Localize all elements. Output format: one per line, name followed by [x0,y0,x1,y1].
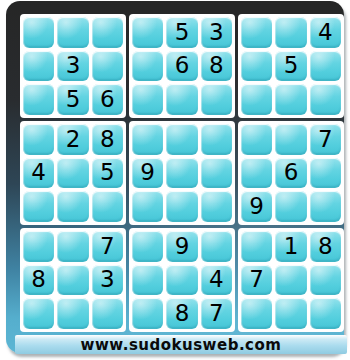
cell-r7c1[interactable] [23,231,54,262]
cell-r6c1[interactable] [23,191,54,222]
box-9: 187 [238,228,344,332]
box-4: 2845 [20,121,126,225]
cell-r3c9[interactable] [310,84,341,115]
cell-r3c8[interactable] [275,84,306,115]
cell-r8c4[interactable] [132,265,163,296]
cell-r9c3[interactable] [92,298,123,329]
cell-r8c3[interactable]: 3 [92,265,123,296]
cell-r9c7[interactable] [241,298,272,329]
box-5: 9 [129,121,235,225]
cell-r2c4[interactable] [132,51,163,82]
cell-r5c1[interactable]: 4 [23,158,54,189]
cell-r1c5[interactable]: 5 [166,17,197,48]
cell-r5c7[interactable] [241,158,272,189]
cell-r4c6[interactable] [201,124,232,155]
cell-r1c9[interactable]: 4 [310,17,341,48]
cell-r5c6[interactable] [201,158,232,189]
cell-r6c6[interactable] [201,191,232,222]
cell-r9c1[interactable] [23,298,54,329]
cell-r4c2[interactable]: 2 [57,124,88,155]
cell-r1c4[interactable] [132,17,163,48]
cell-r5c2[interactable] [57,158,88,189]
cell-r3c2[interactable]: 5 [57,84,88,115]
cell-r5c8[interactable]: 6 [275,158,306,189]
cell-r8c6[interactable]: 4 [201,265,232,296]
cell-r7c2[interactable] [57,231,88,262]
cell-r7c8[interactable]: 1 [275,231,306,262]
box-2: 5368 [129,14,235,118]
cell-r7c9[interactable]: 8 [310,231,341,262]
cell-r4c9[interactable]: 7 [310,124,341,155]
cell-r8c9[interactable] [310,265,341,296]
board-frame: 356536845284597697839487187 www.sudokusw… [6,1,344,353]
cell-r2c5[interactable]: 6 [166,51,197,82]
cell-r6c7[interactable]: 9 [241,191,272,222]
cell-r4c1[interactable] [23,124,54,155]
cell-r8c8[interactable] [275,265,306,296]
cell-r4c7[interactable] [241,124,272,155]
cell-r7c5[interactable]: 9 [166,231,197,262]
cell-r9c6[interactable]: 7 [201,298,232,329]
cell-r4c4[interactable] [132,124,163,155]
cell-r4c8[interactable] [275,124,306,155]
cell-r8c5[interactable] [166,265,197,296]
cell-r2c8[interactable]: 5 [275,51,306,82]
cell-r9c5[interactable]: 8 [166,298,197,329]
cell-r1c3[interactable] [92,17,123,48]
cell-r6c3[interactable] [92,191,123,222]
cell-r7c3[interactable]: 7 [92,231,123,262]
cell-r9c9[interactable] [310,298,341,329]
cell-r8c7[interactable]: 7 [241,265,272,296]
cell-r3c5[interactable] [166,84,197,115]
cell-r3c4[interactable] [132,84,163,115]
cell-r2c9[interactable] [310,51,341,82]
cell-r2c3[interactable] [92,51,123,82]
cell-r2c1[interactable] [23,51,54,82]
cell-r6c9[interactable] [310,191,341,222]
cell-r8c2[interactable] [57,265,88,296]
cell-r1c7[interactable] [241,17,272,48]
cell-r6c8[interactable] [275,191,306,222]
box-3: 45 [238,14,344,118]
cell-r2c7[interactable] [241,51,272,82]
box-6: 769 [238,121,344,225]
cell-r1c6[interactable]: 3 [201,17,232,48]
site-url-link[interactable]: www.sudokusweb.com [81,336,282,354]
cell-r3c3[interactable]: 6 [92,84,123,115]
cell-r5c9[interactable] [310,158,341,189]
cell-r3c7[interactable] [241,84,272,115]
cell-r5c5[interactable] [166,158,197,189]
box-7: 783 [20,228,126,332]
cell-r1c2[interactable] [57,17,88,48]
cell-r2c6[interactable]: 8 [201,51,232,82]
cell-r8c1[interactable]: 8 [23,265,54,296]
cell-r6c2[interactable] [57,191,88,222]
cell-r7c6[interactable] [201,231,232,262]
cell-r5c4[interactable]: 9 [132,158,163,189]
cell-r1c8[interactable] [275,17,306,48]
cell-r6c4[interactable] [132,191,163,222]
cell-r9c4[interactable] [132,298,163,329]
cell-r2c2[interactable]: 3 [57,51,88,82]
sudoku-page: 356536845284597697839487187 www.sudokusw… [0,0,350,360]
cell-r5c3[interactable]: 5 [92,158,123,189]
cell-r3c1[interactable] [23,84,54,115]
box-8: 9487 [129,228,235,332]
cell-r4c5[interactable] [166,124,197,155]
box-1: 356 [20,14,126,118]
cell-r4c3[interactable]: 8 [92,124,123,155]
cell-r7c4[interactable] [132,231,163,262]
cell-r3c6[interactable] [201,84,232,115]
cell-r6c5[interactable] [166,191,197,222]
sudoku-board: 356536845284597697839487187 [20,14,344,332]
cell-r9c8[interactable] [275,298,306,329]
cell-r1c1[interactable] [23,17,54,48]
cell-r9c2[interactable] [57,298,88,329]
cell-r7c7[interactable] [241,231,272,262]
footer-band: www.sudokusweb.com [15,335,347,354]
